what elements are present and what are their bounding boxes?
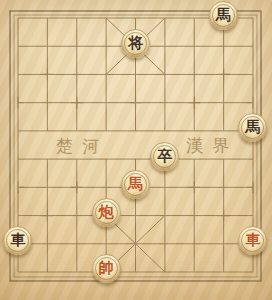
piece-layer: 馬将馬卒馬炮車車帥 — [3, 4, 267, 286]
piece-red-chariot[interactable]: 車 — [238, 226, 267, 255]
piece-red-horse[interactable]: 馬 — [121, 170, 150, 199]
piece-black-horse-edge[interactable]: 馬 — [238, 113, 267, 142]
piece-glyph-red-cannon: 炮 — [99, 205, 114, 220]
piece-glyph-black-soldier: 卒 — [157, 148, 172, 163]
piece-black-horse-right[interactable]: 馬 — [209, 1, 238, 30]
piece-glyph-black-chariot: 車 — [10, 233, 25, 248]
xiangqi-board[interactable]: 楚河 漢界 馬将馬卒馬炮車車帥 — [0, 0, 272, 300]
piece-glyph-black-horse-right: 馬 — [216, 7, 231, 22]
piece-glyph-black-general: 将 — [128, 35, 143, 50]
piece-glyph-red-general: 帥 — [99, 261, 114, 276]
piece-black-chariot[interactable]: 車 — [3, 226, 32, 255]
piece-black-general[interactable]: 将 — [121, 29, 150, 58]
piece-glyph-red-chariot: 車 — [245, 233, 260, 248]
piece-glyph-black-horse-edge: 馬 — [245, 120, 260, 135]
piece-red-general[interactable]: 帥 — [92, 254, 121, 283]
piece-black-soldier[interactable]: 卒 — [150, 142, 179, 171]
piece-red-cannon[interactable]: 炮 — [92, 198, 121, 227]
piece-glyph-red-horse: 馬 — [128, 176, 143, 191]
